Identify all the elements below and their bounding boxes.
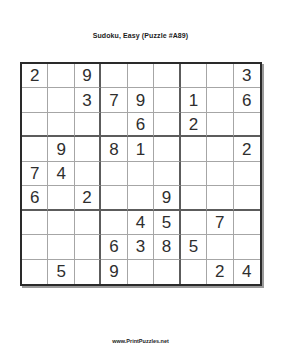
cell-r9c2[interactable]: 5 <box>48 260 74 284</box>
cell-r2c6[interactable] <box>154 88 180 112</box>
cell-r3c1[interactable] <box>22 113 48 137</box>
cell-r6c8[interactable] <box>207 186 233 210</box>
cell-r8c8[interactable] <box>207 235 233 259</box>
cell-r1c5[interactable] <box>128 64 154 88</box>
cell-r4c4[interactable]: 8 <box>101 137 127 161</box>
cell-r7c1[interactable] <box>22 211 48 235</box>
cell-r1c9[interactable]: 3 <box>234 64 260 88</box>
cell-r9c6[interactable] <box>154 260 180 284</box>
cell-r8c1[interactable] <box>22 235 48 259</box>
cell-r4c6[interactable] <box>154 137 180 161</box>
cell-r5c6[interactable] <box>154 162 180 186</box>
cell-r9c9[interactable]: 4 <box>234 260 260 284</box>
cell-r9c5[interactable] <box>128 260 154 284</box>
cell-r6c9[interactable] <box>234 186 260 210</box>
cell-r6c4[interactable] <box>101 186 127 210</box>
cell-r1c8[interactable] <box>207 64 233 88</box>
cell-r7c8[interactable]: 7 <box>207 211 233 235</box>
cell-r6c2[interactable] <box>48 186 74 210</box>
cell-r4c1[interactable] <box>22 137 48 161</box>
cell-r3c5[interactable]: 6 <box>128 113 154 137</box>
cell-r2c2[interactable] <box>48 88 74 112</box>
cell-r7c4[interactable] <box>101 211 127 235</box>
cell-r9c1[interactable] <box>22 260 48 284</box>
cell-r9c7[interactable] <box>181 260 207 284</box>
cell-r5c8[interactable] <box>207 162 233 186</box>
cell-r1c7[interactable] <box>181 64 207 88</box>
cell-r4c8[interactable] <box>207 137 233 161</box>
cell-r2c8[interactable] <box>207 88 233 112</box>
cell-r5c3[interactable] <box>75 162 101 186</box>
cell-r7c3[interactable] <box>75 211 101 235</box>
print-page: Sudoku, Easy (Puzzle #A89) 2933791662981… <box>0 0 281 363</box>
cell-r5c7[interactable] <box>181 162 207 186</box>
cell-r2c4[interactable]: 7 <box>101 88 127 112</box>
cell-r4c7[interactable] <box>181 137 207 161</box>
cell-r3c9[interactable] <box>234 113 260 137</box>
cell-r8c2[interactable] <box>48 235 74 259</box>
footer-url: www.PrintPuzzles.net <box>0 338 281 344</box>
cell-r6c1[interactable]: 6 <box>22 186 48 210</box>
cell-r4c2[interactable]: 9 <box>48 137 74 161</box>
cell-r2c5[interactable]: 9 <box>128 88 154 112</box>
cell-r5c2[interactable]: 4 <box>48 162 74 186</box>
cell-r7c6[interactable]: 5 <box>154 211 180 235</box>
cell-r6c5[interactable] <box>128 186 154 210</box>
cell-r1c3[interactable]: 9 <box>75 64 101 88</box>
cell-r7c7[interactable] <box>181 211 207 235</box>
cell-r4c3[interactable] <box>75 137 101 161</box>
sudoku-board: 293379166298127462945763855924 <box>20 62 262 286</box>
cell-r1c1[interactable]: 2 <box>22 64 48 88</box>
cell-r8c3[interactable] <box>75 235 101 259</box>
cell-r3c6[interactable] <box>154 113 180 137</box>
cell-r7c2[interactable] <box>48 211 74 235</box>
cell-r5c4[interactable] <box>101 162 127 186</box>
cell-r3c2[interactable] <box>48 113 74 137</box>
cell-r7c5[interactable]: 4 <box>128 211 154 235</box>
cell-r6c3[interactable]: 2 <box>75 186 101 210</box>
cell-r5c1[interactable]: 7 <box>22 162 48 186</box>
cell-r2c7[interactable]: 1 <box>181 88 207 112</box>
cell-r8c4[interactable]: 6 <box>101 235 127 259</box>
cell-r2c9[interactable]: 6 <box>234 88 260 112</box>
cell-r8c5[interactable]: 3 <box>128 235 154 259</box>
cell-r8c7[interactable]: 5 <box>181 235 207 259</box>
cell-r4c9[interactable]: 2 <box>234 137 260 161</box>
cell-r3c3[interactable] <box>75 113 101 137</box>
cell-r8c6[interactable]: 8 <box>154 235 180 259</box>
cell-r2c1[interactable] <box>22 88 48 112</box>
cell-r4c5[interactable]: 1 <box>128 137 154 161</box>
cell-r8c9[interactable] <box>234 235 260 259</box>
cell-r1c6[interactable] <box>154 64 180 88</box>
cell-r9c3[interactable] <box>75 260 101 284</box>
cell-r2c3[interactable]: 3 <box>75 88 101 112</box>
cell-r1c2[interactable] <box>48 64 74 88</box>
puzzle-title: Sudoku, Easy (Puzzle #A89) <box>0 32 281 39</box>
cell-r6c6[interactable]: 9 <box>154 186 180 210</box>
cell-r6c7[interactable] <box>181 186 207 210</box>
cell-r9c4[interactable]: 9 <box>101 260 127 284</box>
cell-r9c8[interactable]: 2 <box>207 260 233 284</box>
cell-r3c7[interactable]: 2 <box>181 113 207 137</box>
cell-r5c9[interactable] <box>234 162 260 186</box>
cell-r5c5[interactable] <box>128 162 154 186</box>
cell-r3c4[interactable] <box>101 113 127 137</box>
cell-r1c4[interactable] <box>101 64 127 88</box>
cell-r3c8[interactable] <box>207 113 233 137</box>
cell-r7c9[interactable] <box>234 211 260 235</box>
